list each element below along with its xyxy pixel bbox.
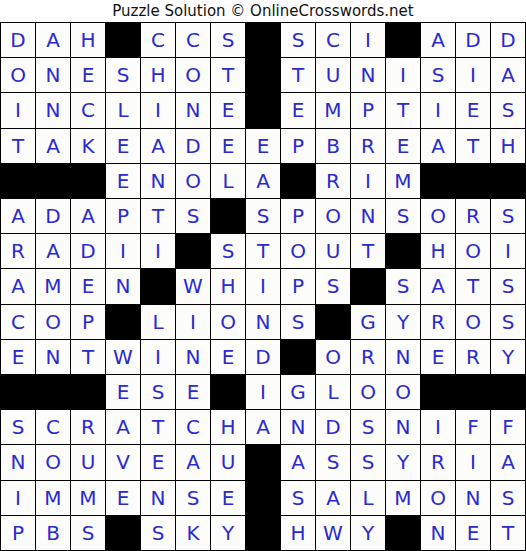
letter-cell[interactable]: M (386, 481, 420, 515)
letter-cell[interactable]: A (246, 164, 280, 198)
letter-cell[interactable]: I (491, 234, 525, 268)
letter-cell[interactable]: S (1, 410, 35, 444)
letter-cell[interactable]: P (106, 199, 140, 233)
letter-cell[interactable]: S (386, 199, 420, 233)
letter-cell[interactable]: N (281, 410, 315, 444)
letter-cell[interactable]: N (421, 516, 455, 550)
letter-cell[interactable]: V (106, 445, 140, 479)
letter-cell[interactable]: E (106, 164, 140, 198)
letter-cell[interactable]: E (211, 481, 245, 515)
letter-cell[interactable]: N (176, 340, 210, 374)
letter-cell[interactable]: S (491, 199, 525, 233)
letter-cell[interactable]: S (491, 305, 525, 339)
letter-cell[interactable]: C (141, 23, 175, 57)
title-bar: Puzzle Solution © OnlineCrosswords.net (0, 0, 526, 22)
letter-cell[interactable]: A (106, 410, 140, 444)
letter-cell[interactable]: G (281, 375, 315, 409)
black-cell (491, 164, 525, 198)
letter-cell[interactable]: N (351, 58, 385, 92)
black-cell (211, 375, 245, 409)
letter-cell[interactable]: L (351, 481, 385, 515)
letter-cell[interactable]: O (176, 164, 210, 198)
black-cell (246, 445, 280, 479)
letter-cell[interactable]: F (456, 410, 490, 444)
puzzle-solution-page: Puzzle Solution © OnlineCrosswords.net D… (0, 0, 526, 551)
letter-cell[interactable]: S (351, 410, 385, 444)
letter-cell[interactable]: E (211, 93, 245, 127)
letter-cell[interactable]: I (141, 234, 175, 268)
letter-cell[interactable]: O (386, 375, 420, 409)
letter-cell[interactable]: H (421, 234, 455, 268)
letter-cell[interactable]: T (141, 410, 175, 444)
letter-cell[interactable]: N (176, 93, 210, 127)
letter-cell[interactable]: I (456, 58, 490, 92)
letter-cell[interactable]: G (351, 305, 385, 339)
letter-cell[interactable]: R (351, 129, 385, 163)
letter-cell[interactable]: D (36, 199, 70, 233)
letter-cell[interactable]: A (1, 269, 35, 303)
letter-cell[interactable]: E (246, 129, 280, 163)
black-cell (246, 58, 280, 92)
black-cell (106, 305, 140, 339)
page-title: Puzzle Solution © OnlineCrosswords.net (112, 0, 413, 22)
letter-cell[interactable]: A (491, 58, 525, 92)
letter-cell[interactable]: H (71, 23, 105, 57)
letter-cell[interactable]: I (141, 340, 175, 374)
letter-cell[interactable]: D (456, 23, 490, 57)
black-cell (491, 375, 525, 409)
letter-cell[interactable]: E (211, 129, 245, 163)
letter-cell[interactable]: E (456, 516, 490, 550)
letter-cell[interactable]: P (71, 305, 105, 339)
letter-cell[interactable]: U (71, 445, 105, 479)
letter-cell[interactable]: M (316, 93, 350, 127)
black-cell (421, 164, 455, 198)
black-cell (141, 269, 175, 303)
letter-cell[interactable]: O (316, 199, 350, 233)
black-cell (1, 164, 35, 198)
letter-cell[interactable]: S (106, 58, 140, 92)
letter-cell[interactable]: S (211, 23, 245, 57)
letter-cell[interactable]: A (36, 23, 70, 57)
letter-cell[interactable]: O (456, 234, 490, 268)
letter-cell[interactable]: A (281, 445, 315, 479)
letter-cell[interactable]: R (421, 305, 455, 339)
black-cell (246, 516, 280, 550)
letter-cell[interactable]: A (71, 199, 105, 233)
black-cell (1, 375, 35, 409)
letter-cell[interactable]: I (141, 93, 175, 127)
letter-cell[interactable]: T (491, 516, 525, 550)
letter-cell[interactable]: I (351, 23, 385, 57)
letter-cell[interactable]: S (351, 445, 385, 479)
letter-cell[interactable]: R (351, 340, 385, 374)
letter-cell[interactable]: N (386, 410, 420, 444)
letter-cell[interactable]: O (281, 234, 315, 268)
letter-cell[interactable]: E (71, 58, 105, 92)
letter-cell[interactable]: H (281, 516, 315, 550)
letter-cell[interactable]: W (176, 269, 210, 303)
letter-cell[interactable]: E (176, 375, 210, 409)
black-cell (106, 23, 140, 57)
letter-cell[interactable]: N (141, 481, 175, 515)
letter-cell[interactable]: M (386, 164, 420, 198)
letter-cell[interactable]: A (491, 445, 525, 479)
letter-cell[interactable]: T (141, 199, 175, 233)
letter-cell[interactable]: C (176, 410, 210, 444)
black-cell (36, 375, 70, 409)
letter-cell[interactable]: A (36, 129, 70, 163)
letter-cell[interactable]: N (141, 164, 175, 198)
letter-cell[interactable]: N (106, 269, 140, 303)
letter-cell[interactable]: E (456, 93, 490, 127)
letter-cell[interactable]: P (281, 269, 315, 303)
letter-cell[interactable]: B (36, 516, 70, 550)
letter-cell[interactable]: A (246, 410, 280, 444)
black-cell (211, 199, 245, 233)
black-cell (456, 164, 490, 198)
letter-cell[interactable]: A (316, 481, 350, 515)
letter-cell[interactable]: T (281, 58, 315, 92)
letter-cell[interactable]: E (211, 340, 245, 374)
letter-cell[interactable]: S (141, 375, 175, 409)
letter-cell[interactable]: O (421, 481, 455, 515)
letter-cell[interactable]: R (71, 410, 105, 444)
letter-cell[interactable]: M (71, 481, 105, 515)
letter-cell[interactable]: C (71, 93, 105, 127)
letter-cell[interactable]: S (281, 23, 315, 57)
letter-cell[interactable]: W (316, 516, 350, 550)
letter-cell[interactable]: D (71, 234, 105, 268)
letter-cell[interactable]: U (316, 234, 350, 268)
letter-cell[interactable]: I (106, 234, 140, 268)
letter-cell[interactable]: C (176, 23, 210, 57)
letter-cell[interactable]: T (1, 129, 35, 163)
letter-cell[interactable]: E (106, 129, 140, 163)
letter-cell[interactable]: O (421, 199, 455, 233)
letter-cell[interactable]: N (36, 58, 70, 92)
letter-cell[interactable]: O (456, 305, 490, 339)
letter-cell[interactable]: S (71, 516, 105, 550)
letter-cell[interactable]: S (491, 481, 525, 515)
letter-cell[interactable]: A (36, 234, 70, 268)
letter-cell[interactable]: P (281, 199, 315, 233)
letter-cell[interactable]: O (36, 305, 70, 339)
letter-cell[interactable]: T (246, 234, 280, 268)
letter-cell[interactable]: O (211, 305, 245, 339)
black-cell (386, 234, 420, 268)
letter-cell[interactable]: H (491, 129, 525, 163)
black-cell (36, 164, 70, 198)
letter-cell[interactable]: Y (386, 305, 420, 339)
letter-cell[interactable]: S (281, 481, 315, 515)
letter-cell[interactable]: P (281, 129, 315, 163)
black-cell (106, 516, 140, 550)
letter-cell[interactable]: Y (491, 340, 525, 374)
black-cell (246, 93, 280, 127)
letter-cell[interactable]: D (316, 410, 350, 444)
letter-cell[interactable]: O (36, 445, 70, 479)
letter-cell[interactable]: N (351, 199, 385, 233)
letter-cell[interactable]: E (71, 269, 105, 303)
letter-cell[interactable]: U (316, 58, 350, 92)
letter-cell[interactable]: T (71, 340, 105, 374)
letter-cell[interactable]: L (211, 164, 245, 198)
crossword-grid: DAHCCSSCIADDONESHOTTUNISIAINCLINEEMPTIES… (0, 22, 526, 551)
black-cell (386, 23, 420, 57)
letter-cell[interactable]: I (1, 93, 35, 127)
letter-cell[interactable]: E (386, 129, 420, 163)
letter-cell[interactable]: D (246, 340, 280, 374)
letter-cell[interactable]: R (456, 199, 490, 233)
letter-cell[interactable]: D (491, 23, 525, 57)
letter-cell[interactable]: N (386, 340, 420, 374)
letter-cell[interactable]: W (106, 340, 140, 374)
letter-cell[interactable]: S (316, 445, 350, 479)
letter-cell[interactable]: I (176, 305, 210, 339)
letter-cell[interactable]: E (106, 481, 140, 515)
letter-cell[interactable]: T (386, 93, 420, 127)
letter-cell[interactable]: R (456, 340, 490, 374)
letter-cell[interactable]: B (316, 129, 350, 163)
letter-cell[interactable]: I (421, 410, 455, 444)
letter-cell[interactable]: L (106, 93, 140, 127)
letter-cell[interactable]: N (246, 305, 280, 339)
letter-cell[interactable]: A (421, 129, 455, 163)
letter-cell[interactable]: H (141, 58, 175, 92)
black-cell (316, 305, 350, 339)
letter-cell[interactable]: S (491, 269, 525, 303)
letter-cell[interactable]: E (141, 445, 175, 479)
letter-cell[interactable]: O (1, 58, 35, 92)
letter-cell[interactable]: U (211, 445, 245, 479)
letter-cell[interactable]: O (316, 340, 350, 374)
letter-cell[interactable]: R (316, 164, 350, 198)
letter-cell[interactable]: A (141, 129, 175, 163)
letter-cell[interactable]: N (1, 445, 35, 479)
letter-cell[interactable]: S (491, 93, 525, 127)
letter-cell[interactable]: N (456, 481, 490, 515)
letter-cell[interactable]: D (1, 23, 35, 57)
letter-cell[interactable]: Y (351, 516, 385, 550)
letter-cell[interactable]: E (106, 375, 140, 409)
letter-cell[interactable]: T (456, 129, 490, 163)
letter-cell[interactable]: D (176, 129, 210, 163)
letter-cell[interactable]: Y (386, 445, 420, 479)
letter-cell[interactable]: H (211, 410, 245, 444)
letter-cell[interactable]: P (351, 93, 385, 127)
letter-cell[interactable]: I (246, 375, 280, 409)
letter-cell[interactable]: I (351, 164, 385, 198)
letter-cell[interactable]: H (211, 269, 245, 303)
letter-cell[interactable]: K (176, 516, 210, 550)
letter-cell[interactable]: R (421, 445, 455, 479)
black-cell (71, 375, 105, 409)
letter-cell[interactable]: N (36, 93, 70, 127)
letter-cell[interactable]: R (1, 234, 35, 268)
letter-cell[interactable]: N (36, 340, 70, 374)
letter-cell[interactable]: M (36, 481, 70, 515)
letter-cell[interactable]: I (456, 445, 490, 479)
letter-cell[interactable]: S (246, 199, 280, 233)
letter-cell[interactable]: C (36, 410, 70, 444)
letter-cell[interactable]: I (421, 93, 455, 127)
letter-cell[interactable]: S (141, 516, 175, 550)
letter-cell[interactable]: S (176, 199, 210, 233)
letter-cell[interactable]: L (141, 305, 175, 339)
letter-cell[interactable]: L (316, 375, 350, 409)
letter-cell[interactable]: S (316, 269, 350, 303)
letter-cell[interactable]: E (421, 340, 455, 374)
letter-cell[interactable]: A (1, 199, 35, 233)
letter-cell[interactable]: K (71, 129, 105, 163)
letter-cell[interactable]: A (176, 445, 210, 479)
black-cell (71, 164, 105, 198)
letter-cell[interactable]: Y (211, 516, 245, 550)
black-cell (456, 375, 490, 409)
letter-cell[interactable]: F (491, 410, 525, 444)
black-cell (386, 516, 420, 550)
letter-cell[interactable]: S (176, 481, 210, 515)
letter-cell[interactable]: I (386, 58, 420, 92)
black-cell (246, 23, 280, 57)
letter-cell[interactable]: E (1, 340, 35, 374)
black-cell (281, 340, 315, 374)
letter-cell[interactable]: T (211, 58, 245, 92)
letter-cell[interactable]: A (421, 269, 455, 303)
black-cell (176, 234, 210, 268)
letter-cell[interactable]: P (1, 516, 35, 550)
letter-cell[interactable]: T (351, 234, 385, 268)
letter-cell[interactable]: S (421, 58, 455, 92)
letter-cell[interactable]: C (1, 305, 35, 339)
letter-cell[interactable]: I (246, 269, 280, 303)
letter-cell[interactable]: M (36, 269, 70, 303)
black-cell (421, 375, 455, 409)
letter-cell[interactable]: O (351, 375, 385, 409)
letter-cell[interactable]: S (386, 269, 420, 303)
letter-cell[interactable]: T (456, 269, 490, 303)
letter-cell[interactable]: E (281, 93, 315, 127)
letter-cell[interactable]: S (281, 305, 315, 339)
letter-cell[interactable]: S (211, 234, 245, 268)
letter-cell[interactable]: C (316, 23, 350, 57)
letter-cell[interactable]: A (421, 23, 455, 57)
black-cell (246, 481, 280, 515)
black-cell (281, 164, 315, 198)
black-cell (351, 269, 385, 303)
letter-cell[interactable]: O (176, 58, 210, 92)
letter-cell[interactable]: I (1, 481, 35, 515)
